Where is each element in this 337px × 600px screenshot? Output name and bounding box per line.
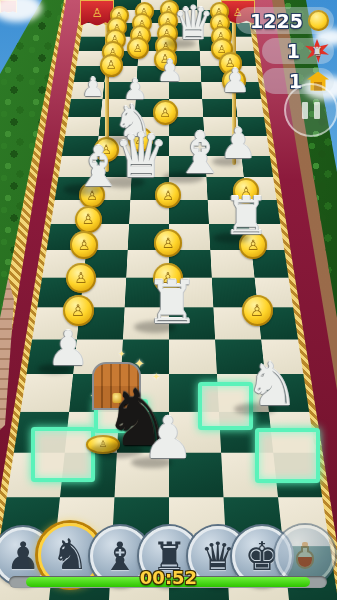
coin: ♙ (66, 263, 96, 293)
highlight-square[interactable] (255, 428, 320, 483)
smash-count: 1 (287, 40, 300, 62)
coin: ♙ (242, 295, 273, 326)
white-pawn: ♟ (220, 65, 250, 96)
coin: ♙ (154, 229, 182, 257)
white-knight: ♞ (245, 356, 299, 413)
piece-smash-icon: ♜ (305, 39, 329, 63)
cloud (0, 0, 42, 22)
coin: ♙ (70, 231, 98, 259)
timer-text: 00:52 (0, 567, 337, 588)
white-rook: ♜ (223, 192, 270, 241)
pause-button[interactable] (284, 83, 337, 137)
white-bishop: ♝ (174, 126, 226, 181)
white-pawn: ♟ (142, 411, 194, 466)
white-bishop: ♝ (73, 140, 123, 193)
potion-flask-icon (296, 542, 314, 569)
white-pawn: ♟ (157, 57, 184, 86)
coin-count: 1225 (250, 10, 303, 32)
highlight-square[interactable] (31, 427, 95, 482)
coin-icon (308, 10, 329, 31)
game-screen: ♙ ♙ ♙♙♙♙♙♙♙♙♙♙♙♙♙♙♙♙♙♙♙♙♙♙♙♙♙♙♙♙♙♙♙♙♙♙♙✦… (0, 0, 337, 600)
smash-counter: 1 ♜ (262, 38, 334, 64)
white-rook: ♜ (145, 274, 199, 331)
pause-icon (302, 102, 308, 119)
sparkle: ✦ (118, 349, 126, 359)
coin: ♙ (127, 37, 149, 59)
coin-counter: 1225 (236, 7, 334, 34)
white-queen: ♛ (172, 2, 213, 46)
white-pawn: ♟ (81, 75, 104, 100)
white-pawn: ♟ (46, 326, 89, 372)
coin: ♙ (75, 206, 102, 233)
